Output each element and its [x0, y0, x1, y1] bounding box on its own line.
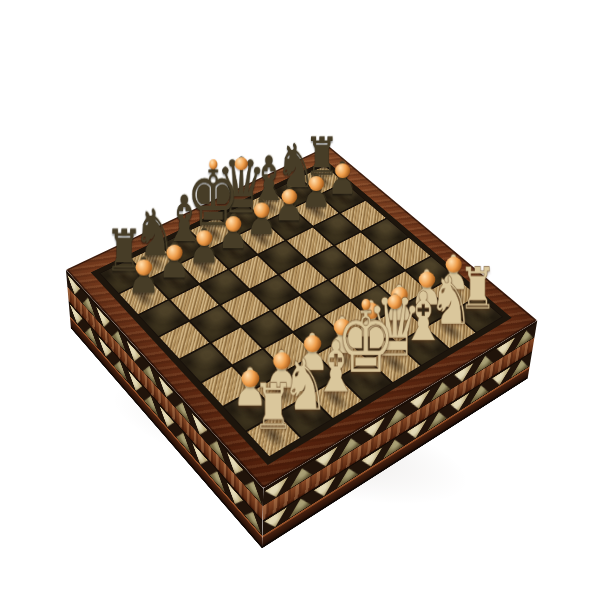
- piece-glyph: ♟: [246, 194, 277, 241]
- chess-scene: ♜♟♟♜♞♟♟♞♝♟♟♝♛♟♟♛♚♟♟♚♝♟♟♝♞♟♟♞♜♟♟♜: [0, 0, 600, 600]
- piece-glyph: ♟: [327, 156, 357, 201]
- chess-board-3d: ♜♟♟♜♞♟♟♞♝♟♟♝♛♟♟♛♚♟♟♚♝♟♟♝♞♟♟♞♜♟♟♜: [66, 146, 537, 489]
- piece-glyph: ♟: [217, 208, 248, 255]
- piece-glyph: ♟: [127, 251, 159, 300]
- piece-glyph: ♜: [252, 376, 294, 439]
- piece-glyph: ♟: [301, 168, 331, 214]
- product-photo-stage: ♜♟♟♜♞♟♟♞♝♟♟♝♛♟♟♛♚♟♟♚♝♟♟♝♞♟♟♞♜♟♟♜: [0, 0, 600, 600]
- piece-glyph: ♟: [274, 181, 304, 227]
- piece-glyph: ♟: [158, 236, 190, 285]
- piece-glyph: ♟: [188, 222, 220, 270]
